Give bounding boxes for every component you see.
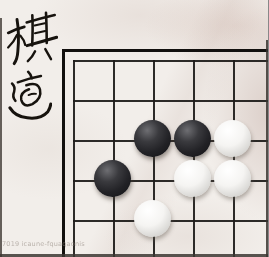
goban-intersection[interactable] [174,121,214,161]
goban-intersection[interactable] [134,201,174,241]
goban-board[interactable] [54,41,254,241]
watermark-text: 7019 icaune-fquaqaonis [2,240,85,248]
goban-intersection[interactable] [214,161,254,201]
photo-edge-left [0,18,2,257]
calligraphy-text: 棋道 [0,0,1,1]
stone-white[interactable] [174,160,211,197]
calligraphy-char-dao-icon [6,70,52,122]
stone-white[interactable] [214,120,251,157]
go-corner-diagram: 棋道 7019 icaune-fquaqaonis [0,0,268,257]
stone-white[interactable] [134,200,171,237]
stone-black[interactable] [134,120,171,157]
stone-black[interactable] [94,160,131,197]
photo-edge-right [266,40,269,257]
calligraphy-char-qi-icon [6,11,58,73]
stone-white[interactable] [214,160,251,197]
goban-intersection[interactable] [214,121,254,161]
stone-black[interactable] [174,120,211,157]
goban-intersection[interactable] [94,161,134,201]
goban-intersection[interactable] [134,121,174,161]
goban-intersection[interactable] [174,161,214,201]
